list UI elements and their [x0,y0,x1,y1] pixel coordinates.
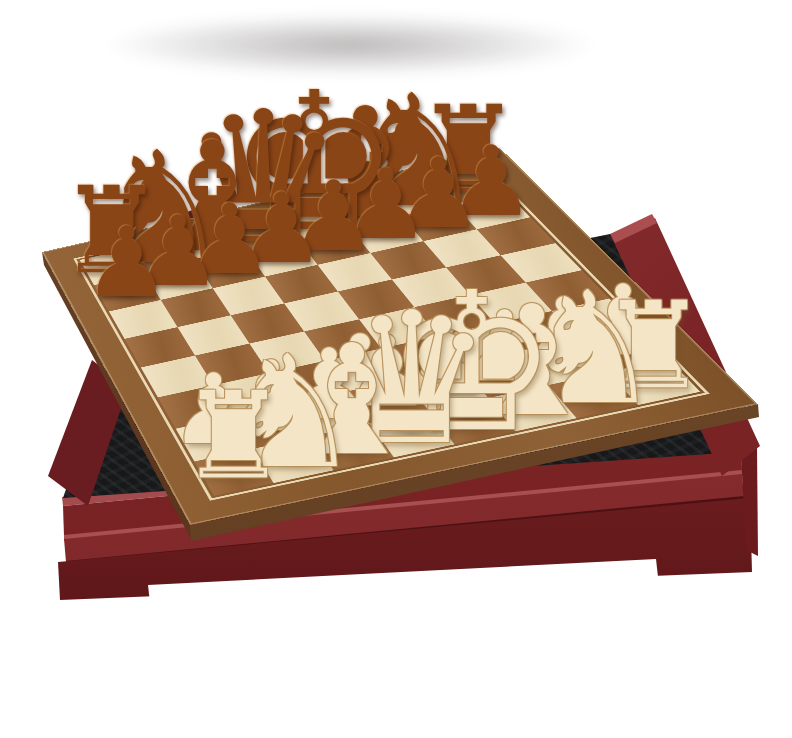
pieces-layer: ♜♞♝♛♚♝♞♜♟♟♟♟♟♟♟♟♟♟♟♟♟♟♟♟♜♞♝♛♚♝♞♜ [0,0,792,738]
black-pawn-a7[interactable]: ♟ [83,215,170,312]
chess-set-scene: ♜♞♝♛♚♝♞♜♟♟♟♟♟♟♟♟♟♟♟♟♟♟♟♟♜♞♝♛♚♝♞♜ [0,0,792,738]
white-rook-a1[interactable]: ♜ [180,376,288,496]
